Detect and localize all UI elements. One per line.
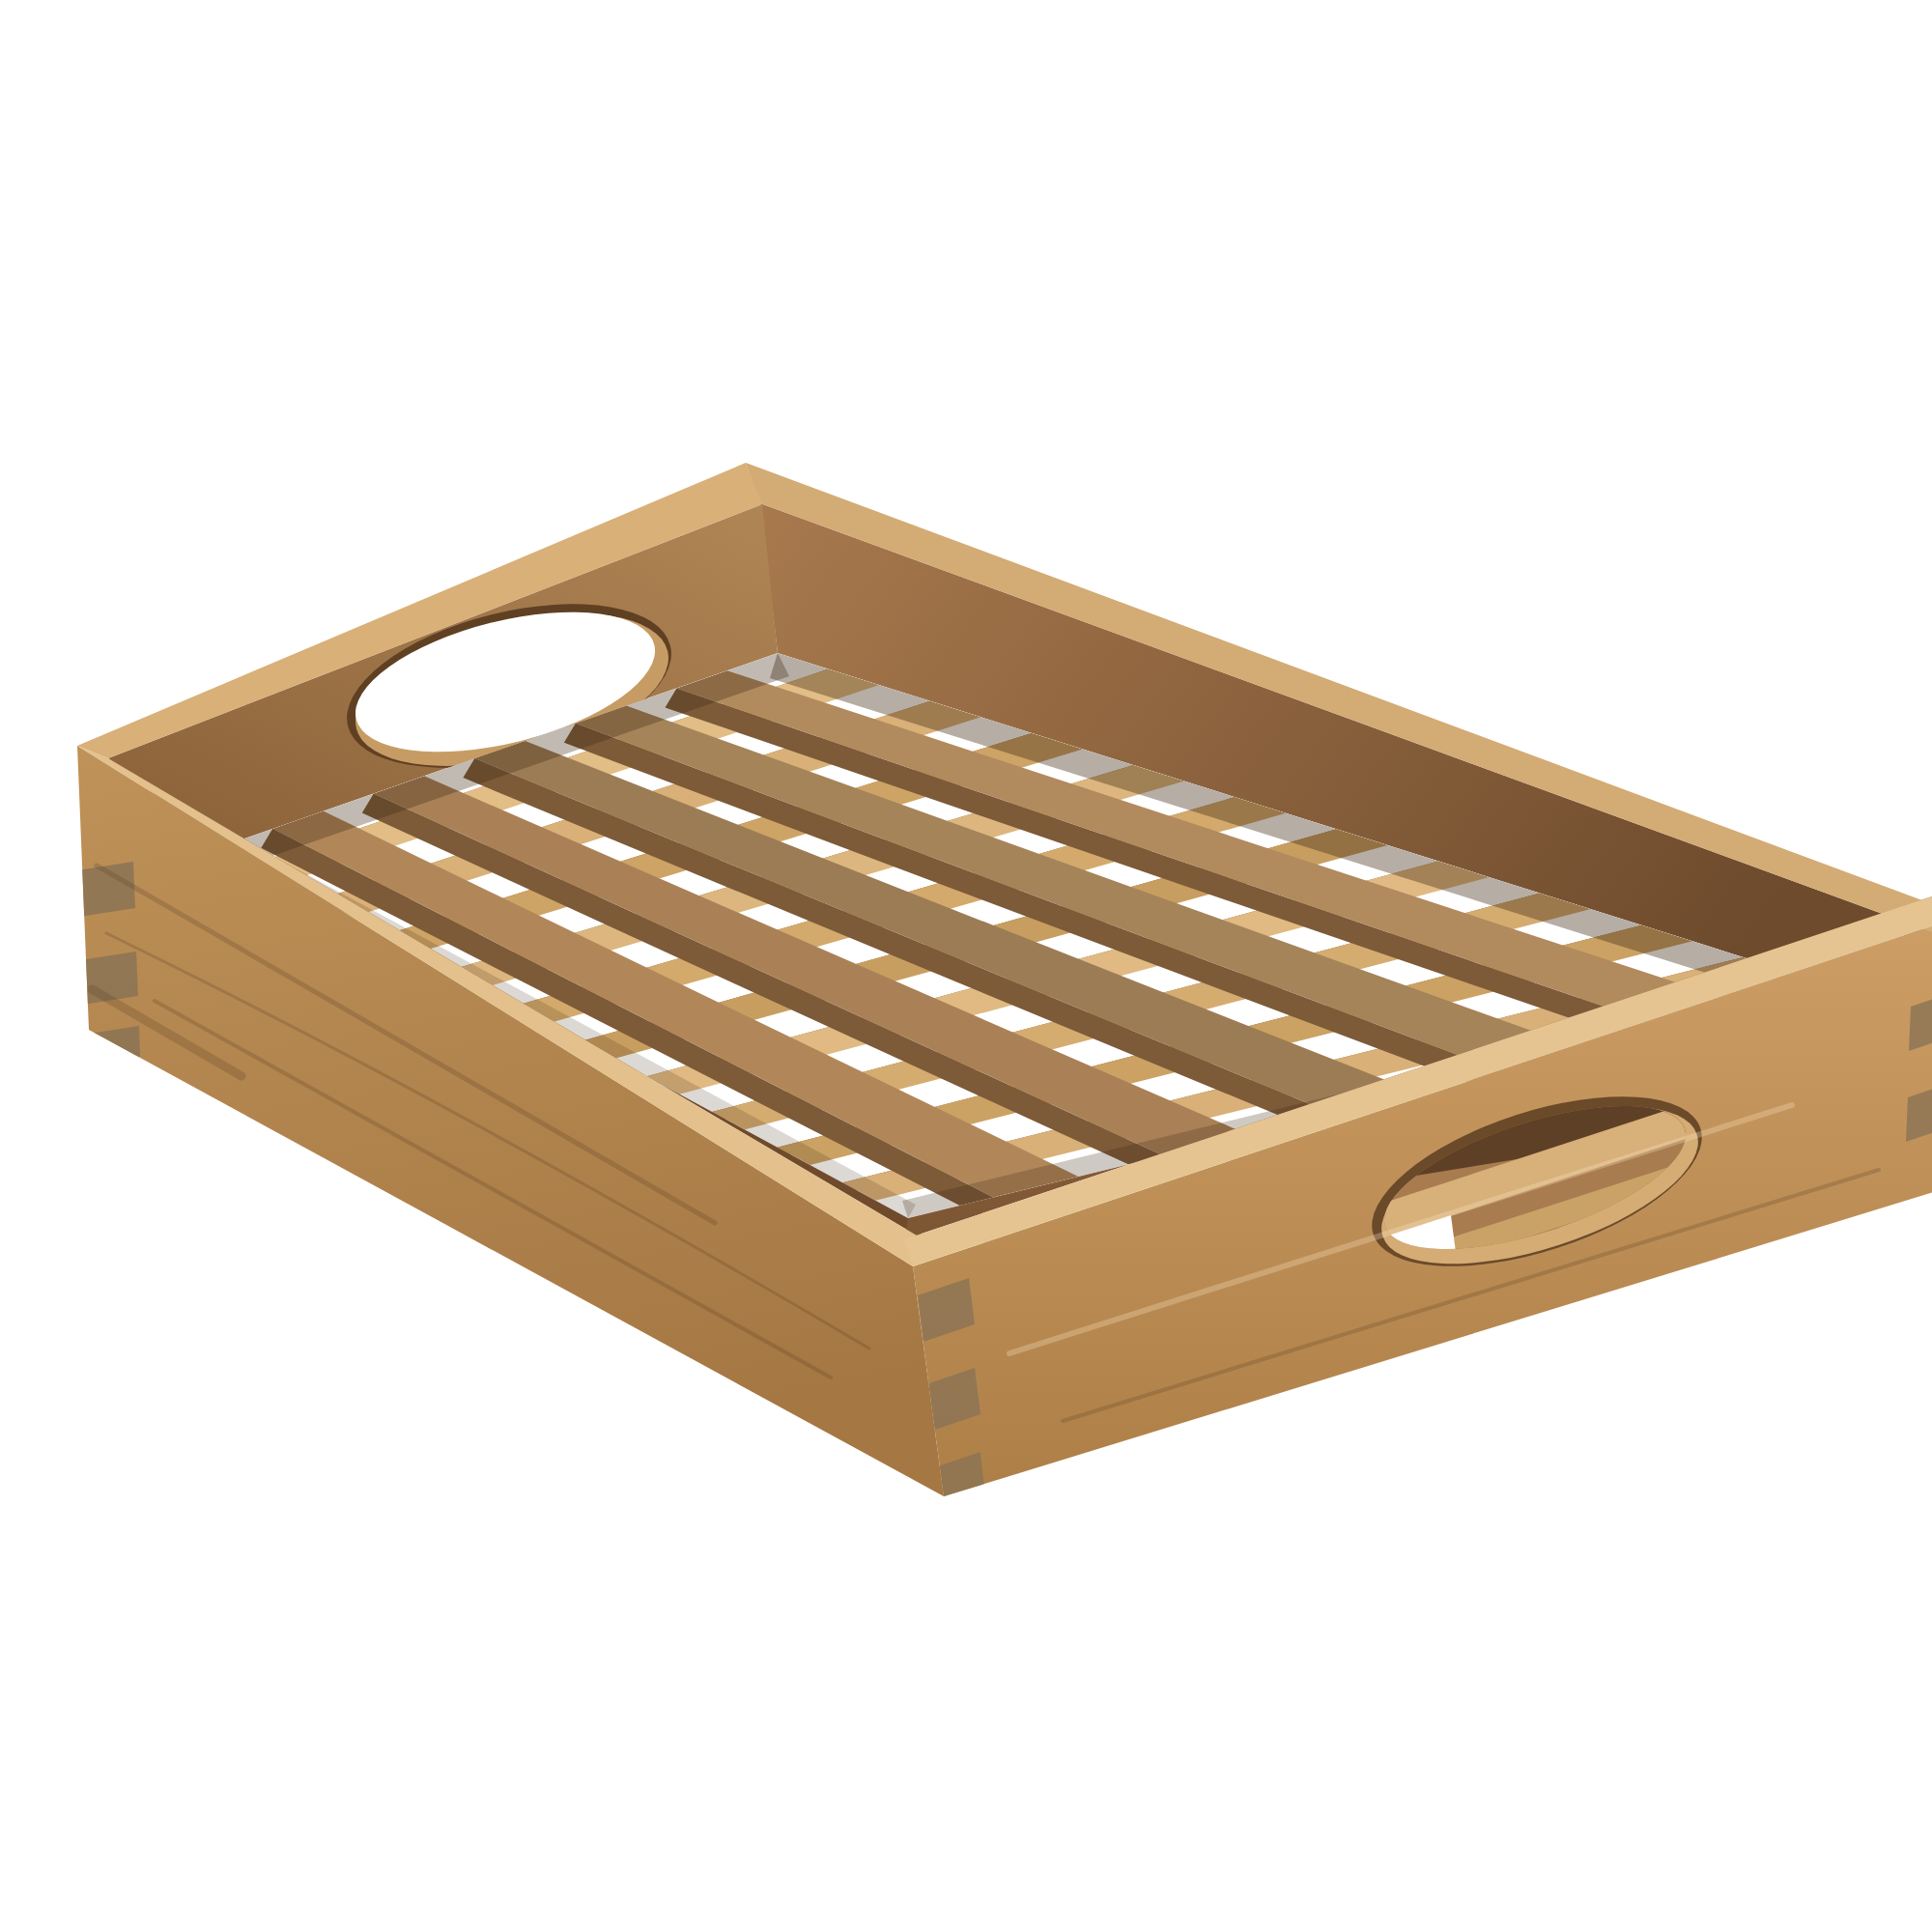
finger-joints-left-corner	[77, 862, 140, 1065]
product-photo	[39, 15, 1932, 1932]
serving-tray	[77, 463, 1932, 1506]
tray-illustration	[39, 15, 1932, 1932]
finger-joint-block	[83, 1026, 140, 1065]
